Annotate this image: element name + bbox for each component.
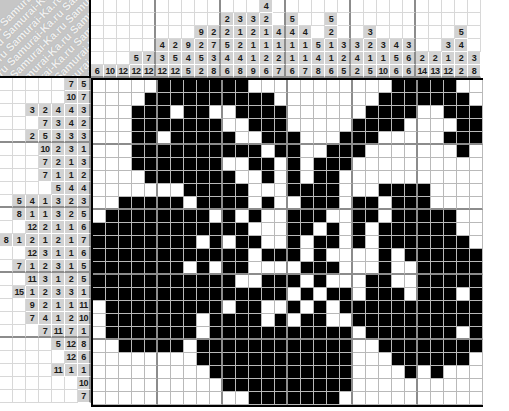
cell-r18c2[interactable] [106, 301, 119, 314]
cell-r17c21[interactable] [353, 288, 366, 301]
cell-r6c22[interactable] [366, 145, 379, 158]
cell-r3c19[interactable] [327, 106, 340, 119]
cell-r3c14[interactable] [262, 106, 275, 119]
cell-r16c10[interactable] [210, 275, 223, 288]
cell-r3c20[interactable] [340, 106, 353, 119]
cell-r21c30[interactable] [470, 340, 483, 353]
cell-r9c13[interactable] [249, 184, 262, 197]
cell-r8c24[interactable] [392, 171, 405, 184]
cell-r23c12[interactable] [236, 366, 249, 379]
cell-r7c13[interactable] [249, 158, 262, 171]
cell-r9c16[interactable] [288, 184, 301, 197]
cell-r6c10[interactable] [210, 145, 223, 158]
cell-r7c11[interactable] [223, 158, 236, 171]
cell-r18c7[interactable] [171, 301, 184, 314]
cell-r19c25[interactable] [405, 314, 418, 327]
cell-r24c24[interactable] [392, 379, 405, 392]
cell-r17c28[interactable] [444, 288, 457, 301]
cell-r25c4[interactable] [132, 392, 145, 405]
cell-r22c18[interactable] [314, 353, 327, 366]
cell-r16c13[interactable] [249, 275, 262, 288]
cell-r20c9[interactable] [197, 327, 210, 340]
cell-r6c5[interactable] [145, 145, 158, 158]
cell-r19c22[interactable] [366, 314, 379, 327]
cell-r22c28[interactable] [444, 353, 457, 366]
cell-r21c12[interactable] [236, 340, 249, 353]
cell-r20c7[interactable] [171, 327, 184, 340]
cell-r21c21[interactable] [353, 340, 366, 353]
cell-r17c5[interactable] [145, 288, 158, 301]
cell-r13c1[interactable] [93, 236, 106, 249]
cell-r9c12[interactable] [236, 184, 249, 197]
cell-r13c5[interactable] [145, 236, 158, 249]
cell-r11c12[interactable] [236, 210, 249, 223]
cell-r11c27[interactable] [431, 210, 444, 223]
cell-r24c26[interactable] [418, 379, 431, 392]
cell-r18c28[interactable] [444, 301, 457, 314]
cell-r4c25[interactable] [405, 119, 418, 132]
cell-r24c21[interactable] [353, 379, 366, 392]
cell-r15c26[interactable] [418, 262, 431, 275]
cell-r9c1[interactable] [93, 184, 106, 197]
cell-r20c10[interactable] [210, 327, 223, 340]
cell-r25c2[interactable] [106, 392, 119, 405]
cell-r12c27[interactable] [431, 223, 444, 236]
cell-r16c11[interactable] [223, 275, 236, 288]
cell-r3c8[interactable] [184, 106, 197, 119]
cell-r25c15[interactable] [275, 392, 288, 405]
cell-r19c30[interactable] [470, 314, 483, 327]
cell-r2c20[interactable] [340, 93, 353, 106]
cell-r22c3[interactable] [119, 353, 132, 366]
cell-r23c8[interactable] [184, 366, 197, 379]
cell-r16c16[interactable] [288, 275, 301, 288]
cell-r24c4[interactable] [132, 379, 145, 392]
cell-r19c27[interactable] [431, 314, 444, 327]
cell-r10c25[interactable] [405, 197, 418, 210]
cell-r14c26[interactable] [418, 249, 431, 262]
cell-r23c9[interactable] [197, 366, 210, 379]
cell-r5c25[interactable] [405, 132, 418, 145]
cell-r12c16[interactable] [288, 223, 301, 236]
cell-r1c2[interactable] [106, 80, 119, 93]
cell-r11c9[interactable] [197, 210, 210, 223]
cell-r22c8[interactable] [184, 353, 197, 366]
cell-r14c2[interactable] [106, 249, 119, 262]
cell-r21c17[interactable] [301, 340, 314, 353]
cell-r3c24[interactable] [392, 106, 405, 119]
cell-r13c9[interactable] [197, 236, 210, 249]
cell-r17c13[interactable] [249, 288, 262, 301]
cell-r21c8[interactable] [184, 340, 197, 353]
cell-r22c29[interactable] [457, 353, 470, 366]
cell-r11c7[interactable] [171, 210, 184, 223]
cell-r11c16[interactable] [288, 210, 301, 223]
cell-r6c18[interactable] [314, 145, 327, 158]
cell-r16c1[interactable] [93, 275, 106, 288]
cell-r19c19[interactable] [327, 314, 340, 327]
cell-r1c13[interactable] [249, 80, 262, 93]
cell-r22c4[interactable] [132, 353, 145, 366]
cell-r10c9[interactable] [197, 197, 210, 210]
cell-r17c6[interactable] [158, 288, 171, 301]
cell-r24c6[interactable] [158, 379, 171, 392]
cell-r20c6[interactable] [158, 327, 171, 340]
cell-r20c27[interactable] [431, 327, 444, 340]
cell-r12c25[interactable] [405, 223, 418, 236]
cell-r11c18[interactable] [314, 210, 327, 223]
cell-r11c8[interactable] [184, 210, 197, 223]
cell-r23c1[interactable] [93, 366, 106, 379]
cell-r7c22[interactable] [366, 158, 379, 171]
cell-r13c20[interactable] [340, 236, 353, 249]
cell-r5c6[interactable] [158, 132, 171, 145]
cell-r5c28[interactable] [444, 132, 457, 145]
cell-r7c14[interactable] [262, 158, 275, 171]
cell-r18c19[interactable] [327, 301, 340, 314]
cell-r1c24[interactable] [392, 80, 405, 93]
cell-r16c5[interactable] [145, 275, 158, 288]
cell-r3c4[interactable] [132, 106, 145, 119]
cell-r8c15[interactable] [275, 171, 288, 184]
cell-r9c14[interactable] [262, 184, 275, 197]
cell-r5c14[interactable] [262, 132, 275, 145]
cell-r19c26[interactable] [418, 314, 431, 327]
cell-r11c2[interactable] [106, 210, 119, 223]
cell-r3c10[interactable] [210, 106, 223, 119]
cell-r15c21[interactable] [353, 262, 366, 275]
cell-r6c27[interactable] [431, 145, 444, 158]
cell-r12c15[interactable] [275, 223, 288, 236]
cell-r17c24[interactable] [392, 288, 405, 301]
cell-r1c5[interactable] [145, 80, 158, 93]
cell-r24c13[interactable] [249, 379, 262, 392]
cell-r25c29[interactable] [457, 392, 470, 405]
cell-r24c5[interactable] [145, 379, 158, 392]
cell-r2c16[interactable] [288, 93, 301, 106]
cell-r14c30[interactable] [470, 249, 483, 262]
cell-r19c17[interactable] [301, 314, 314, 327]
cell-r20c26[interactable] [418, 327, 431, 340]
cell-r18c24[interactable] [392, 301, 405, 314]
cell-r20c1[interactable] [93, 327, 106, 340]
cell-r22c24[interactable] [392, 353, 405, 366]
cell-r25c27[interactable] [431, 392, 444, 405]
cell-r4c5[interactable] [145, 119, 158, 132]
cell-r4c27[interactable] [431, 119, 444, 132]
cell-r19c15[interactable] [275, 314, 288, 327]
cell-r25c19[interactable] [327, 392, 340, 405]
cell-r14c9[interactable] [197, 249, 210, 262]
cell-r19c1[interactable] [93, 314, 106, 327]
cell-r19c16[interactable] [288, 314, 301, 327]
cell-r2c8[interactable] [184, 93, 197, 106]
cell-r10c7[interactable] [171, 197, 184, 210]
cell-r25c6[interactable] [158, 392, 171, 405]
cell-r17c19[interactable] [327, 288, 340, 301]
cell-r14c4[interactable] [132, 249, 145, 262]
cell-r2c15[interactable] [275, 93, 288, 106]
cell-r20c24[interactable] [392, 327, 405, 340]
cell-r20c16[interactable] [288, 327, 301, 340]
cell-r4c17[interactable] [301, 119, 314, 132]
cell-r8c6[interactable] [158, 171, 171, 184]
cell-r5c1[interactable] [93, 132, 106, 145]
cell-r14c17[interactable] [301, 249, 314, 262]
cell-r11c21[interactable] [353, 210, 366, 223]
cell-r17c11[interactable] [223, 288, 236, 301]
cell-r13c8[interactable] [184, 236, 197, 249]
cell-r9c4[interactable] [132, 184, 145, 197]
cell-r11c13[interactable] [249, 210, 262, 223]
cell-r9c27[interactable] [431, 184, 444, 197]
cell-r6c15[interactable] [275, 145, 288, 158]
cell-r17c27[interactable] [431, 288, 444, 301]
cell-r8c20[interactable] [340, 171, 353, 184]
cell-r10c4[interactable] [132, 197, 145, 210]
cell-r7c23[interactable] [379, 158, 392, 171]
cell-r4c29[interactable] [457, 119, 470, 132]
cell-r5c10[interactable] [210, 132, 223, 145]
cell-r12c29[interactable] [457, 223, 470, 236]
cell-r18c27[interactable] [431, 301, 444, 314]
cell-r11c10[interactable] [210, 210, 223, 223]
cell-r22c11[interactable] [223, 353, 236, 366]
cell-r2c27[interactable] [431, 93, 444, 106]
cell-r3c22[interactable] [366, 106, 379, 119]
cell-r2c21[interactable] [353, 93, 366, 106]
cell-r9c29[interactable] [457, 184, 470, 197]
cell-r25c8[interactable] [184, 392, 197, 405]
cell-r4c19[interactable] [327, 119, 340, 132]
cell-r18c22[interactable] [366, 301, 379, 314]
cell-r13c26[interactable] [418, 236, 431, 249]
cell-r23c17[interactable] [301, 366, 314, 379]
cell-r5c13[interactable] [249, 132, 262, 145]
cell-r6c28[interactable] [444, 145, 457, 158]
cell-r25c7[interactable] [171, 392, 184, 405]
cell-r4c14[interactable] [262, 119, 275, 132]
cell-r5c26[interactable] [418, 132, 431, 145]
cell-r13c11[interactable] [223, 236, 236, 249]
cell-r9c18[interactable] [314, 184, 327, 197]
cell-r14c19[interactable] [327, 249, 340, 262]
cell-r3c11[interactable] [223, 106, 236, 119]
cell-r6c14[interactable] [262, 145, 275, 158]
cell-r16c19[interactable] [327, 275, 340, 288]
cell-r11c14[interactable] [262, 210, 275, 223]
cell-r21c18[interactable] [314, 340, 327, 353]
cell-r8c29[interactable] [457, 171, 470, 184]
cell-r6c29[interactable] [457, 145, 470, 158]
cell-r21c25[interactable] [405, 340, 418, 353]
cell-r2c22[interactable] [366, 93, 379, 106]
cell-r8c21[interactable] [353, 171, 366, 184]
cell-r19c3[interactable] [119, 314, 132, 327]
cell-r13c2[interactable] [106, 236, 119, 249]
cell-r6c20[interactable] [340, 145, 353, 158]
cell-r22c15[interactable] [275, 353, 288, 366]
cell-r23c27[interactable] [431, 366, 444, 379]
cell-r6c19[interactable] [327, 145, 340, 158]
cell-r8c23[interactable] [379, 171, 392, 184]
cell-r3c28[interactable] [444, 106, 457, 119]
cell-r23c7[interactable] [171, 366, 184, 379]
cell-r1c7[interactable] [171, 80, 184, 93]
cell-r7c17[interactable] [301, 158, 314, 171]
cell-r18c12[interactable] [236, 301, 249, 314]
cell-r5c29[interactable] [457, 132, 470, 145]
cell-r19c18[interactable] [314, 314, 327, 327]
cell-r3c7[interactable] [171, 106, 184, 119]
cell-r7c20[interactable] [340, 158, 353, 171]
cell-r1c26[interactable] [418, 80, 431, 93]
cell-r2c25[interactable] [405, 93, 418, 106]
cell-r16c21[interactable] [353, 275, 366, 288]
cell-r15c10[interactable] [210, 262, 223, 275]
cell-r13c4[interactable] [132, 236, 145, 249]
cell-r7c19[interactable] [327, 158, 340, 171]
cell-r5c2[interactable] [106, 132, 119, 145]
cell-r15c9[interactable] [197, 262, 210, 275]
cell-r17c14[interactable] [262, 288, 275, 301]
cell-r21c3[interactable] [119, 340, 132, 353]
cell-r19c20[interactable] [340, 314, 353, 327]
cell-r25c9[interactable] [197, 392, 210, 405]
cell-r24c2[interactable] [106, 379, 119, 392]
cell-r14c24[interactable] [392, 249, 405, 262]
cell-r11c20[interactable] [340, 210, 353, 223]
cell-r1c18[interactable] [314, 80, 327, 93]
cell-r16c25[interactable] [405, 275, 418, 288]
cell-r17c20[interactable] [340, 288, 353, 301]
cell-r18c9[interactable] [197, 301, 210, 314]
cell-r11c3[interactable] [119, 210, 132, 223]
cell-r25c30[interactable] [470, 392, 483, 405]
cell-r3c1[interactable] [93, 106, 106, 119]
cell-r21c28[interactable] [444, 340, 457, 353]
cell-r11c11[interactable] [223, 210, 236, 223]
cell-r17c26[interactable] [418, 288, 431, 301]
cell-r17c4[interactable] [132, 288, 145, 301]
cell-r15c8[interactable] [184, 262, 197, 275]
cell-r13c17[interactable] [301, 236, 314, 249]
cell-r4c26[interactable] [418, 119, 431, 132]
cell-r2c14[interactable] [262, 93, 275, 106]
cell-r8c30[interactable] [470, 171, 483, 184]
cell-r1c21[interactable] [353, 80, 366, 93]
cell-r19c7[interactable] [171, 314, 184, 327]
cell-r24c14[interactable] [262, 379, 275, 392]
cell-r15c5[interactable] [145, 262, 158, 275]
cell-r10c18[interactable] [314, 197, 327, 210]
cell-r18c26[interactable] [418, 301, 431, 314]
cell-r2c28[interactable] [444, 93, 457, 106]
cell-r5c3[interactable] [119, 132, 132, 145]
cell-r23c3[interactable] [119, 366, 132, 379]
cell-r20c3[interactable] [119, 327, 132, 340]
cell-r8c18[interactable] [314, 171, 327, 184]
cell-r4c12[interactable] [236, 119, 249, 132]
cell-r7c26[interactable] [418, 158, 431, 171]
cell-r18c1[interactable] [93, 301, 106, 314]
cell-r23c22[interactable] [366, 366, 379, 379]
cell-r22c14[interactable] [262, 353, 275, 366]
cell-r18c15[interactable] [275, 301, 288, 314]
cell-r10c14[interactable] [262, 197, 275, 210]
cell-r16c15[interactable] [275, 275, 288, 288]
cell-r9c23[interactable] [379, 184, 392, 197]
cell-r13c22[interactable] [366, 236, 379, 249]
cell-r19c10[interactable] [210, 314, 223, 327]
cell-r2c24[interactable] [392, 93, 405, 106]
cell-r23c30[interactable] [470, 366, 483, 379]
cell-r14c15[interactable] [275, 249, 288, 262]
cell-r14c10[interactable] [210, 249, 223, 262]
cell-r2c2[interactable] [106, 93, 119, 106]
cell-r17c15[interactable] [275, 288, 288, 301]
cell-r1c17[interactable] [301, 80, 314, 93]
cell-r11c30[interactable] [470, 210, 483, 223]
cell-r23c18[interactable] [314, 366, 327, 379]
cell-r16c30[interactable] [470, 275, 483, 288]
cell-r4c22[interactable] [366, 119, 379, 132]
cell-r5c21[interactable] [353, 132, 366, 145]
cell-r8c16[interactable] [288, 171, 301, 184]
cell-r25c10[interactable] [210, 392, 223, 405]
cell-r2c11[interactable] [223, 93, 236, 106]
cell-r13c29[interactable] [457, 236, 470, 249]
cell-r16c29[interactable] [457, 275, 470, 288]
cell-r5c19[interactable] [327, 132, 340, 145]
cell-r20c14[interactable] [262, 327, 275, 340]
cell-r8c27[interactable] [431, 171, 444, 184]
cell-r23c19[interactable] [327, 366, 340, 379]
cell-r21c24[interactable] [392, 340, 405, 353]
cell-r25c5[interactable] [145, 392, 158, 405]
cell-r4c15[interactable] [275, 119, 288, 132]
cell-r14c13[interactable] [249, 249, 262, 262]
cell-r11c23[interactable] [379, 210, 392, 223]
cell-r10c27[interactable] [431, 197, 444, 210]
cell-r1c19[interactable] [327, 80, 340, 93]
cell-r20c25[interactable] [405, 327, 418, 340]
cell-r23c6[interactable] [158, 366, 171, 379]
cell-r11c26[interactable] [418, 210, 431, 223]
cell-r12c9[interactable] [197, 223, 210, 236]
cell-r22c30[interactable] [470, 353, 483, 366]
cell-r25c28[interactable] [444, 392, 457, 405]
cell-r20c30[interactable] [470, 327, 483, 340]
cell-r6c24[interactable] [392, 145, 405, 158]
cell-r18c8[interactable] [184, 301, 197, 314]
cell-r12c26[interactable] [418, 223, 431, 236]
cell-r19c24[interactable] [392, 314, 405, 327]
cell-r5c11[interactable] [223, 132, 236, 145]
cell-r14c8[interactable] [184, 249, 197, 262]
cell-r23c24[interactable] [392, 366, 405, 379]
cell-r15c2[interactable] [106, 262, 119, 275]
cell-r24c9[interactable] [197, 379, 210, 392]
cell-r7c29[interactable] [457, 158, 470, 171]
cell-r8c26[interactable] [418, 171, 431, 184]
cell-r17c29[interactable] [457, 288, 470, 301]
cell-r1c11[interactable] [223, 80, 236, 93]
cell-r2c13[interactable] [249, 93, 262, 106]
cell-r4c18[interactable] [314, 119, 327, 132]
cell-r22c21[interactable] [353, 353, 366, 366]
cell-r8c12[interactable] [236, 171, 249, 184]
